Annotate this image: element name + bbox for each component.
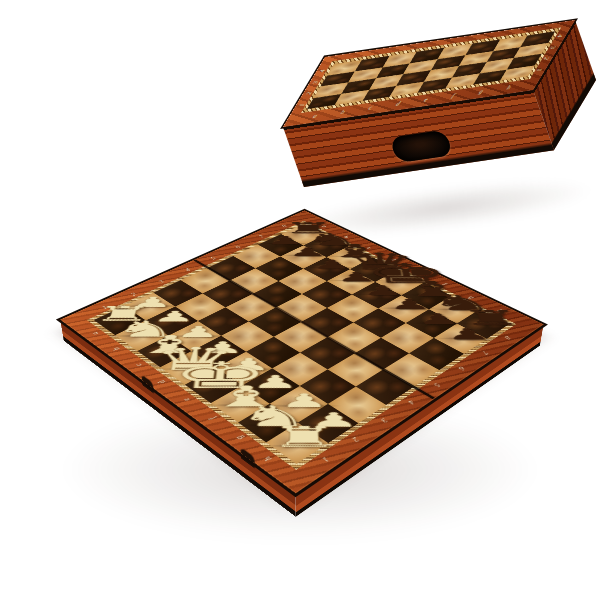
board-square [266, 423, 328, 464]
board-latch-2 [240, 447, 254, 468]
board-square [328, 387, 387, 424]
board-square [185, 368, 242, 403]
board-square [269, 386, 328, 423]
board-square [211, 385, 270, 422]
board-square [355, 338, 410, 370]
board-square [298, 404, 358, 443]
product-photo-scene: abcdefgh 4321 4321 12345678 12345678 abc… [0, 0, 600, 600]
board-square [327, 323, 380, 353]
board-square [242, 368, 299, 403]
board-latch-1 [141, 375, 153, 394]
box-handle-recess [389, 130, 454, 163]
board-square [216, 352, 272, 385]
board-square [300, 337, 354, 369]
board-square [356, 370, 413, 405]
board-square [274, 322, 327, 352]
board-square [238, 404, 298, 443]
board-square [191, 336, 245, 368]
board-square [246, 337, 300, 369]
board-square [168, 321, 221, 351]
board-square [380, 323, 433, 354]
board-square [272, 352, 328, 385]
board-square [221, 321, 274, 351]
